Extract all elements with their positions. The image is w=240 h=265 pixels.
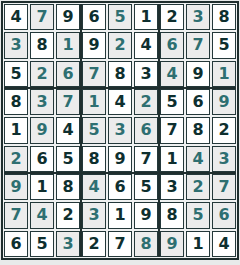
sudoku-board: 4793815266519247832386754918371942651425… [1,1,239,260]
cell-r2c3[interactable]: 1 [56,32,80,58]
cell-r1c1[interactable]: 4 [4,4,28,30]
cell-r6c4[interactable]: 8 [82,146,106,172]
cell-r8c7[interactable]: 8 [160,202,184,228]
cell-r3c7[interactable]: 4 [160,61,184,87]
cell-r7c2[interactable]: 1 [30,174,54,200]
box-3: 238675491 [160,4,236,87]
cell-r4c5[interactable]: 4 [108,89,132,115]
cell-r5c2[interactable]: 9 [30,117,54,143]
cell-r2c2[interactable]: 8 [30,32,54,58]
cell-r9c8[interactable]: 1 [186,231,210,257]
box-6: 569782143 [160,89,236,172]
cell-r7c5[interactable]: 6 [108,174,132,200]
cell-r9c3[interactable]: 3 [56,231,80,257]
cell-r2c7[interactable]: 6 [160,32,184,58]
cell-r6c3[interactable]: 5 [56,146,80,172]
cell-r9c6[interactable]: 8 [134,231,158,257]
cell-r3c2[interactable]: 2 [30,61,54,87]
cell-r9c2[interactable]: 5 [30,231,54,257]
cell-r8c2[interactable]: 4 [30,202,54,228]
cell-r7c9[interactable]: 7 [212,174,236,200]
cell-r9c1[interactable]: 6 [4,231,28,257]
cell-r5c8[interactable]: 8 [186,117,210,143]
cell-r5c3[interactable]: 4 [56,117,80,143]
cell-r2c6[interactable]: 4 [134,32,158,58]
cell-r6c8[interactable]: 4 [186,146,210,172]
cell-r3c3[interactable]: 6 [56,61,80,87]
cell-r6c1[interactable]: 2 [4,146,28,172]
box-5: 142536897 [82,89,158,172]
cell-r7c1[interactable]: 9 [4,174,28,200]
cell-r9c9[interactable]: 4 [212,231,236,257]
cell-r8c3[interactable]: 2 [56,202,80,228]
cell-r4c3[interactable]: 7 [56,89,80,115]
cell-r3c8[interactable]: 9 [186,61,210,87]
cell-r4c2[interactable]: 3 [30,89,54,115]
cell-r8c6[interactable]: 9 [134,202,158,228]
cell-r2c4[interactable]: 9 [82,32,106,58]
cell-r5c7[interactable]: 7 [160,117,184,143]
box-9: 327856914 [160,174,236,257]
cell-r2c9[interactable]: 5 [212,32,236,58]
cell-r1c8[interactable]: 3 [186,4,210,30]
cell-r9c7[interactable]: 9 [160,231,184,257]
box-7: 918742653 [4,174,80,257]
cell-r8c5[interactable]: 1 [108,202,132,228]
cell-r3c5[interactable]: 8 [108,61,132,87]
cell-r2c5[interactable]: 2 [108,32,132,58]
sudoku-box-grid: 4793815266519247832386754918371942651425… [4,4,236,257]
cell-r6c5[interactable]: 9 [108,146,132,172]
cell-r8c8[interactable]: 5 [186,202,210,228]
cell-r5c1[interactable]: 1 [4,117,28,143]
cell-r4c7[interactable]: 5 [160,89,184,115]
cell-r6c2[interactable]: 6 [30,146,54,172]
cell-r4c4[interactable]: 1 [82,89,106,115]
cell-r6c6[interactable]: 7 [134,146,158,172]
cell-r6c9[interactable]: 3 [212,146,236,172]
cell-r1c6[interactable]: 1 [134,4,158,30]
cell-r8c9[interactable]: 6 [212,202,236,228]
cell-r7c3[interactable]: 8 [56,174,80,200]
box-8: 465319278 [82,174,158,257]
cell-r1c4[interactable]: 6 [82,4,106,30]
cell-r3c1[interactable]: 5 [4,61,28,87]
box-1: 479381526 [4,4,80,87]
cell-r1c5[interactable]: 5 [108,4,132,30]
cell-r3c6[interactable]: 3 [134,61,158,87]
cell-r8c4[interactable]: 3 [82,202,106,228]
cell-r3c4[interactable]: 7 [82,61,106,87]
cell-r3c9[interactable]: 1 [212,61,236,87]
cell-r7c7[interactable]: 3 [160,174,184,200]
cell-r6c7[interactable]: 1 [160,146,184,172]
cell-r5c6[interactable]: 6 [134,117,158,143]
cell-r7c8[interactable]: 2 [186,174,210,200]
cell-r5c5[interactable]: 3 [108,117,132,143]
cell-r2c8[interactable]: 7 [186,32,210,58]
cell-r7c6[interactable]: 5 [134,174,158,200]
cell-r9c4[interactable]: 2 [82,231,106,257]
cell-r2c1[interactable]: 3 [4,32,28,58]
box-4: 837194265 [4,89,80,172]
cell-r9c5[interactable]: 7 [108,231,132,257]
cell-r4c9[interactable]: 9 [212,89,236,115]
cell-r1c9[interactable]: 8 [212,4,236,30]
cell-r1c2[interactable]: 7 [30,4,54,30]
cell-r4c1[interactable]: 8 [4,89,28,115]
cell-r4c6[interactable]: 2 [134,89,158,115]
cell-r1c3[interactable]: 9 [56,4,80,30]
cell-r7c4[interactable]: 4 [82,174,106,200]
cell-r5c4[interactable]: 5 [82,117,106,143]
cell-r8c1[interactable]: 7 [4,202,28,228]
cell-r1c7[interactable]: 2 [160,4,184,30]
cell-r5c9[interactable]: 2 [212,117,236,143]
box-2: 651924783 [82,4,158,87]
cell-r4c8[interactable]: 6 [186,89,210,115]
